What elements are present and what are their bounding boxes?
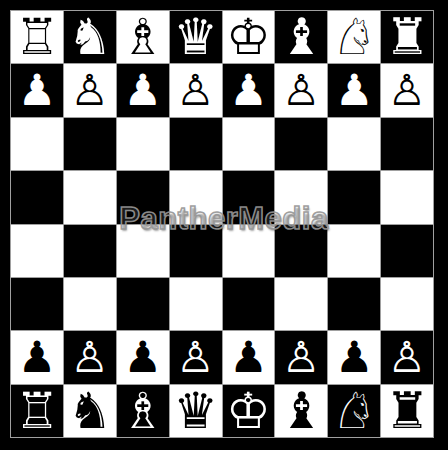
white-pawn: ♟: [335, 69, 374, 112]
square-r7c2[interactable]: ♗: [117, 385, 169, 437]
square-r4c2[interactable]: [117, 225, 169, 277]
square-r1c3[interactable]: ♙: [170, 64, 222, 116]
square-r6c6[interactable]: ♟: [328, 331, 380, 383]
black-pawn: ♟: [123, 336, 162, 379]
square-r0c6[interactable]: ♘: [328, 11, 380, 63]
black-rook: ♖: [15, 386, 60, 436]
white-knight: ♞: [67, 12, 112, 62]
square-r5c6[interactable]: [328, 278, 380, 330]
square-r4c5[interactable]: [275, 225, 327, 277]
square-r6c5[interactable]: ♙: [275, 331, 327, 383]
square-r4c1[interactable]: [64, 225, 116, 277]
square-r7c6[interactable]: ♘: [328, 385, 380, 437]
square-r4c3[interactable]: [170, 225, 222, 277]
square-r0c1[interactable]: ♞: [64, 11, 116, 63]
stock-image-canvas: ♖♞♗♛♔♝♘♜♟♙♟♙♟♙♟♙♟♙♟♙♟♙♟♙♖♞♗♛♔♝♘♜ Panther…: [0, 0, 448, 450]
black-rook: ♜: [385, 386, 430, 436]
square-r6c7[interactable]: ♙: [381, 331, 433, 383]
white-pawn: ♟: [18, 69, 57, 112]
square-r1c0[interactable]: ♟: [11, 64, 63, 116]
square-r7c3[interactable]: ♛: [170, 385, 222, 437]
square-r5c2[interactable]: [117, 278, 169, 330]
square-r0c3[interactable]: ♛: [170, 11, 222, 63]
square-r0c2[interactable]: ♗: [117, 11, 169, 63]
black-pawn: ♙: [282, 336, 321, 379]
square-r6c1[interactable]: ♙: [64, 331, 116, 383]
white-pawn: ♟: [123, 69, 162, 112]
white-rook: ♜: [385, 12, 430, 62]
square-r3c5[interactable]: [275, 171, 327, 223]
chess-board: ♖♞♗♛♔♝♘♜♟♙♟♙♟♙♟♙♟♙♟♙♟♙♟♙♖♞♗♛♔♝♘♜: [10, 10, 434, 438]
square-r0c4[interactable]: ♔: [223, 11, 275, 63]
square-r3c3[interactable]: [170, 171, 222, 223]
white-bishop: ♝: [279, 12, 324, 62]
white-rook: ♖: [15, 12, 60, 62]
square-r2c4[interactable]: [223, 118, 275, 170]
square-r7c4[interactable]: ♔: [223, 385, 275, 437]
square-r7c5[interactable]: ♝: [275, 385, 327, 437]
black-pawn: ♟: [335, 336, 374, 379]
white-pawn: ♙: [176, 69, 215, 112]
square-r6c2[interactable]: ♟: [117, 331, 169, 383]
square-r2c0[interactable]: [11, 118, 63, 170]
square-r5c3[interactable]: [170, 278, 222, 330]
black-pawn: ♙: [71, 336, 110, 379]
black-pawn: ♙: [176, 336, 215, 379]
black-pawn: ♟: [18, 336, 57, 379]
square-r0c5[interactable]: ♝: [275, 11, 327, 63]
black-knight: ♞: [67, 386, 112, 436]
square-r3c0[interactable]: [11, 171, 63, 223]
black-bishop: ♗: [120, 386, 165, 436]
white-pawn: ♙: [282, 69, 321, 112]
square-r2c7[interactable]: [381, 118, 433, 170]
square-r3c2[interactable]: [117, 171, 169, 223]
black-knight: ♘: [332, 386, 377, 436]
white-pawn: ♙: [71, 69, 110, 112]
square-r1c5[interactable]: ♙: [275, 64, 327, 116]
square-r2c5[interactable]: [275, 118, 327, 170]
square-r3c6[interactable]: [328, 171, 380, 223]
square-r1c2[interactable]: ♟: [117, 64, 169, 116]
square-r3c7[interactable]: [381, 171, 433, 223]
square-r1c6[interactable]: ♟: [328, 64, 380, 116]
square-r1c1[interactable]: ♙: [64, 64, 116, 116]
square-r1c4[interactable]: ♟: [223, 64, 275, 116]
white-knight: ♘: [332, 12, 377, 62]
white-bishop: ♗: [120, 12, 165, 62]
black-king: ♔: [226, 386, 271, 436]
square-r2c1[interactable]: [64, 118, 116, 170]
square-r5c4[interactable]: [223, 278, 275, 330]
square-r7c1[interactable]: ♞: [64, 385, 116, 437]
square-r4c7[interactable]: [381, 225, 433, 277]
square-r5c0[interactable]: [11, 278, 63, 330]
square-r3c4[interactable]: [223, 171, 275, 223]
square-r0c7[interactable]: ♜: [381, 11, 433, 63]
square-r7c7[interactable]: ♜: [381, 385, 433, 437]
square-r0c0[interactable]: ♖: [11, 11, 63, 63]
square-r5c5[interactable]: [275, 278, 327, 330]
square-r4c0[interactable]: [11, 225, 63, 277]
square-r2c3[interactable]: [170, 118, 222, 170]
white-king: ♔: [226, 12, 271, 62]
black-pawn: ♟: [229, 336, 268, 379]
black-queen: ♛: [173, 386, 218, 436]
square-r2c6[interactable]: [328, 118, 380, 170]
square-r1c7[interactable]: ♙: [381, 64, 433, 116]
white-pawn: ♟: [229, 69, 268, 112]
black-bishop: ♝: [279, 386, 324, 436]
white-pawn: ♙: [388, 69, 427, 112]
square-r5c1[interactable]: [64, 278, 116, 330]
square-r7c0[interactable]: ♖: [11, 385, 63, 437]
square-r4c6[interactable]: [328, 225, 380, 277]
square-r6c0[interactable]: ♟: [11, 331, 63, 383]
square-r4c4[interactable]: [223, 225, 275, 277]
white-queen: ♛: [173, 12, 218, 62]
square-r6c4[interactable]: ♟: [223, 331, 275, 383]
square-r5c7[interactable]: [381, 278, 433, 330]
square-r3c1[interactable]: [64, 171, 116, 223]
square-r6c3[interactable]: ♙: [170, 331, 222, 383]
black-pawn: ♙: [388, 336, 427, 379]
square-r2c2[interactable]: [117, 118, 169, 170]
